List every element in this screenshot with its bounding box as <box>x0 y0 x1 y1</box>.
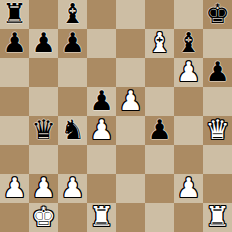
white-pawn-piece: ♟ <box>176 174 200 201</box>
square-e1[interactable] <box>116 203 145 232</box>
square-g3[interactable] <box>174 145 203 174</box>
square-d4[interactable]: ♟ <box>87 116 116 145</box>
square-b3[interactable] <box>29 145 58 174</box>
black-knight-piece: ♞ <box>60 116 84 143</box>
black-pawn-piece: ♟ <box>89 87 113 114</box>
square-a2[interactable]: ♟ <box>0 174 29 203</box>
square-c1[interactable] <box>58 203 87 232</box>
square-h6[interactable]: ♟ <box>203 58 232 87</box>
square-c2[interactable]: ♟ <box>58 174 87 203</box>
square-c5[interactable] <box>58 87 87 116</box>
square-c7[interactable]: ♟ <box>58 29 87 58</box>
square-b1[interactable]: ♚ <box>29 203 58 232</box>
black-pawn-piece: ♟ <box>205 58 229 85</box>
square-a7[interactable]: ♟ <box>0 29 29 58</box>
square-b7[interactable]: ♟ <box>29 29 58 58</box>
square-f8[interactable] <box>145 0 174 29</box>
square-d1[interactable]: ♜ <box>87 203 116 232</box>
white-pawn-piece: ♟ <box>2 174 26 201</box>
white-pawn-piece: ♟ <box>60 174 84 201</box>
square-f4[interactable]: ♟ <box>145 116 174 145</box>
square-f6[interactable] <box>145 58 174 87</box>
square-c8[interactable]: ♝ <box>58 0 87 29</box>
square-g1[interactable] <box>174 203 203 232</box>
square-a5[interactable] <box>0 87 29 116</box>
square-e6[interactable] <box>116 58 145 87</box>
black-rook-piece: ♜ <box>2 0 26 27</box>
black-bishop-piece: ♝ <box>60 0 84 27</box>
white-pawn-piece: ♟ <box>89 116 113 143</box>
square-h2[interactable] <box>203 174 232 203</box>
square-d3[interactable] <box>87 145 116 174</box>
square-b8[interactable] <box>29 0 58 29</box>
square-e2[interactable] <box>116 174 145 203</box>
square-b6[interactable] <box>29 58 58 87</box>
square-g7[interactable]: ♝ <box>174 29 203 58</box>
square-h3[interactable] <box>203 145 232 174</box>
square-e3[interactable] <box>116 145 145 174</box>
square-b5[interactable] <box>29 87 58 116</box>
black-queen-piece: ♛ <box>31 116 55 143</box>
square-d7[interactable] <box>87 29 116 58</box>
square-a3[interactable] <box>0 145 29 174</box>
square-g2[interactable]: ♟ <box>174 174 203 203</box>
square-f2[interactable] <box>145 174 174 203</box>
white-king-piece: ♚ <box>31 203 55 230</box>
white-rook-piece: ♜ <box>205 203 229 230</box>
white-pawn-piece: ♟ <box>118 87 142 114</box>
square-a4[interactable] <box>0 116 29 145</box>
square-f1[interactable] <box>145 203 174 232</box>
square-a8[interactable]: ♜ <box>0 0 29 29</box>
square-f5[interactable] <box>145 87 174 116</box>
black-pawn-piece: ♟ <box>60 29 84 56</box>
square-b4[interactable]: ♛ <box>29 116 58 145</box>
square-h5[interactable] <box>203 87 232 116</box>
square-h1[interactable]: ♜ <box>203 203 232 232</box>
square-f7[interactable]: ♝ <box>145 29 174 58</box>
square-e5[interactable]: ♟ <box>116 87 145 116</box>
white-pawn-piece: ♟ <box>31 174 55 201</box>
square-h7[interactable] <box>203 29 232 58</box>
square-f3[interactable] <box>145 145 174 174</box>
white-bishop-piece: ♝ <box>147 29 171 56</box>
square-c6[interactable] <box>58 58 87 87</box>
square-b2[interactable]: ♟ <box>29 174 58 203</box>
white-pawn-piece: ♟ <box>176 58 200 85</box>
chess-board: ♜♝♚♟♟♟♝♝♟♟♟♟♛♞♟♟♛♟♟♟♟♚♜♜ <box>0 0 232 232</box>
square-e4[interactable] <box>116 116 145 145</box>
black-pawn-piece: ♟ <box>2 29 26 56</box>
square-a1[interactable] <box>0 203 29 232</box>
black-bishop-piece: ♝ <box>176 29 200 56</box>
square-c3[interactable] <box>58 145 87 174</box>
square-d6[interactable] <box>87 58 116 87</box>
square-g4[interactable] <box>174 116 203 145</box>
white-rook-piece: ♜ <box>89 203 113 230</box>
square-e8[interactable] <box>116 0 145 29</box>
square-g5[interactable] <box>174 87 203 116</box>
square-g6[interactable]: ♟ <box>174 58 203 87</box>
white-queen-piece: ♛ <box>205 116 229 143</box>
square-d8[interactable] <box>87 0 116 29</box>
square-g8[interactable] <box>174 0 203 29</box>
square-a6[interactable] <box>0 58 29 87</box>
square-d5[interactable]: ♟ <box>87 87 116 116</box>
black-pawn-piece: ♟ <box>31 29 55 56</box>
square-h4[interactable]: ♛ <box>203 116 232 145</box>
square-e7[interactable] <box>116 29 145 58</box>
square-h8[interactable]: ♚ <box>203 0 232 29</box>
square-d2[interactable] <box>87 174 116 203</box>
black-pawn-piece: ♟ <box>147 116 171 143</box>
square-c4[interactable]: ♞ <box>58 116 87 145</box>
black-king-piece: ♚ <box>205 0 229 27</box>
